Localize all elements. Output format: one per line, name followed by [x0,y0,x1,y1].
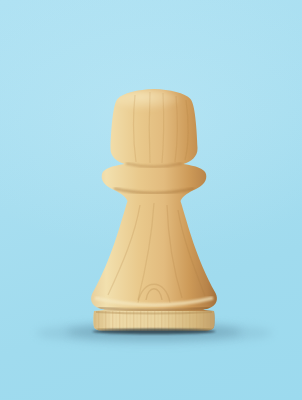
contact-shadow [93,329,216,335]
studio-background [0,0,302,400]
pawn-base [93,310,216,332]
pawn-head-highlight [115,90,179,110]
pawn-photo [0,0,302,400]
